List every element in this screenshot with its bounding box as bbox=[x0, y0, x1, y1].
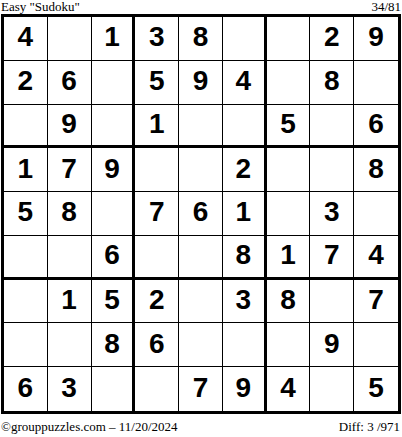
cell-r1c2[interactable] bbox=[48, 17, 92, 61]
cell-r7c9[interactable]: 7 bbox=[354, 280, 398, 324]
copyright-credit: ©grouppuzzles.com – 11/20/2024 bbox=[1, 419, 178, 434]
cell-r4c5[interactable] bbox=[179, 148, 223, 192]
cell-r3c3[interactable] bbox=[92, 105, 136, 149]
cell-r2c7[interactable] bbox=[267, 61, 311, 105]
cell-r6c4[interactable] bbox=[135, 236, 179, 280]
cell-r9c4[interactable] bbox=[135, 367, 179, 411]
cell-r3c1[interactable] bbox=[4, 105, 48, 149]
cell-r1c3[interactable]: 1 bbox=[92, 17, 136, 61]
cell-r8c3[interactable]: 8 bbox=[92, 323, 136, 367]
cell-r8c5[interactable] bbox=[179, 323, 223, 367]
cell-r6c3[interactable]: 6 bbox=[92, 236, 136, 280]
cell-r3c7[interactable]: 5 bbox=[267, 105, 311, 149]
cell-r5c8[interactable]: 3 bbox=[310, 192, 354, 236]
cell-r5c7[interactable] bbox=[267, 192, 311, 236]
cell-r9c9[interactable]: 5 bbox=[354, 367, 398, 411]
cell-r1c4[interactable]: 3 bbox=[135, 17, 179, 61]
cell-r3c9[interactable]: 6 bbox=[354, 105, 398, 149]
cell-r5c1[interactable]: 5 bbox=[4, 192, 48, 236]
cell-r6c2[interactable] bbox=[48, 236, 92, 280]
header: Easy "Sudoku" 34/81 bbox=[0, 0, 402, 14]
difficulty-label: Diff: 3 /971 bbox=[339, 419, 400, 434]
cell-r8c6[interactable] bbox=[223, 323, 267, 367]
puzzle-page: Easy "Sudoku" 34/81 41382926594891561792… bbox=[0, 0, 402, 437]
cell-r7c4[interactable]: 2 bbox=[135, 280, 179, 324]
cell-r1c1[interactable]: 4 bbox=[4, 17, 48, 61]
cell-r5c6[interactable]: 1 bbox=[223, 192, 267, 236]
cell-r2c3[interactable] bbox=[92, 61, 136, 105]
cell-r1c6[interactable] bbox=[223, 17, 267, 61]
cell-r4c2[interactable]: 7 bbox=[48, 148, 92, 192]
cell-r8c4[interactable]: 6 bbox=[135, 323, 179, 367]
cell-r6c5[interactable] bbox=[179, 236, 223, 280]
cell-r5c2[interactable]: 8 bbox=[48, 192, 92, 236]
cell-r7c8[interactable] bbox=[310, 280, 354, 324]
cell-r7c3[interactable]: 5 bbox=[92, 280, 136, 324]
cell-r4c9[interactable]: 8 bbox=[354, 148, 398, 192]
cell-r7c2[interactable]: 1 bbox=[48, 280, 92, 324]
empty-cell-counter: 34/81 bbox=[371, 0, 401, 13]
cell-r3c2[interactable]: 9 bbox=[48, 105, 92, 149]
cell-r9c6[interactable]: 9 bbox=[223, 367, 267, 411]
cell-r8c1[interactable] bbox=[4, 323, 48, 367]
cell-r2c8[interactable]: 8 bbox=[310, 61, 354, 105]
cell-r7c6[interactable]: 3 bbox=[223, 280, 267, 324]
cell-r2c9[interactable] bbox=[354, 61, 398, 105]
cell-r9c3[interactable] bbox=[92, 367, 136, 411]
cell-r8c9[interactable] bbox=[354, 323, 398, 367]
cell-r8c2[interactable] bbox=[48, 323, 92, 367]
cell-r4c4[interactable] bbox=[135, 148, 179, 192]
cell-r2c2[interactable]: 6 bbox=[48, 61, 92, 105]
cell-r6c6[interactable]: 8 bbox=[223, 236, 267, 280]
cell-r4c7[interactable] bbox=[267, 148, 311, 192]
cell-r9c2[interactable]: 3 bbox=[48, 367, 92, 411]
cell-r4c8[interactable] bbox=[310, 148, 354, 192]
cell-r7c7[interactable]: 8 bbox=[267, 280, 311, 324]
cell-r3c4[interactable]: 1 bbox=[135, 105, 179, 149]
cell-r4c3[interactable]: 9 bbox=[92, 148, 136, 192]
cell-r1c8[interactable]: 2 bbox=[310, 17, 354, 61]
footer: ©grouppuzzles.com – 11/20/2024 Diff: 3 /… bbox=[0, 414, 402, 437]
cell-r1c9[interactable]: 9 bbox=[354, 17, 398, 61]
cell-r6c8[interactable]: 7 bbox=[310, 236, 354, 280]
cell-r9c5[interactable]: 7 bbox=[179, 367, 223, 411]
cell-r5c4[interactable]: 7 bbox=[135, 192, 179, 236]
cell-r4c1[interactable]: 1 bbox=[4, 148, 48, 192]
cell-r9c7[interactable]: 4 bbox=[267, 367, 311, 411]
cell-r4c6[interactable]: 2 bbox=[223, 148, 267, 192]
cell-r8c7[interactable] bbox=[267, 323, 311, 367]
puzzle-title: Easy "Sudoku" bbox=[1, 0, 80, 13]
cell-r2c5[interactable]: 9 bbox=[179, 61, 223, 105]
sudoku-board: 4138292659489156179285876136817415238786… bbox=[1, 14, 401, 414]
cell-r9c1[interactable]: 6 bbox=[4, 367, 48, 411]
cell-r6c7[interactable]: 1 bbox=[267, 236, 311, 280]
cell-r5c9[interactable] bbox=[354, 192, 398, 236]
cell-r7c5[interactable] bbox=[179, 280, 223, 324]
cell-r3c5[interactable] bbox=[179, 105, 223, 149]
cell-r6c9[interactable]: 4 bbox=[354, 236, 398, 280]
cell-r8c8[interactable]: 9 bbox=[310, 323, 354, 367]
cell-r6c1[interactable] bbox=[4, 236, 48, 280]
cell-r1c7[interactable] bbox=[267, 17, 311, 61]
cell-r3c6[interactable] bbox=[223, 105, 267, 149]
cell-r2c6[interactable]: 4 bbox=[223, 61, 267, 105]
cell-r3c8[interactable] bbox=[310, 105, 354, 149]
cell-r2c4[interactable]: 5 bbox=[135, 61, 179, 105]
cell-r5c3[interactable] bbox=[92, 192, 136, 236]
cell-r1c5[interactable]: 8 bbox=[179, 17, 223, 61]
cell-r9c8[interactable] bbox=[310, 367, 354, 411]
cell-r7c1[interactable] bbox=[4, 280, 48, 324]
cell-r2c1[interactable]: 2 bbox=[4, 61, 48, 105]
cell-r5c5[interactable]: 6 bbox=[179, 192, 223, 236]
